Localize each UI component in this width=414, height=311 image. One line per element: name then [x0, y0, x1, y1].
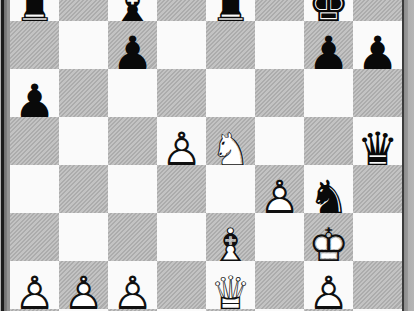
- square-c8[interactable]: ♝: [108, 0, 157, 21]
- square-e2[interactable]: ♛♕: [206, 261, 255, 309]
- square-g6[interactable]: [304, 69, 353, 117]
- piece-white-pawn-a2[interactable]: ♟♙: [10, 270, 59, 311]
- square-b2[interactable]: ♟♙: [59, 261, 108, 309]
- square-f7[interactable]: [255, 21, 304, 69]
- square-d3[interactable]: [157, 213, 206, 261]
- square-b8[interactable]: [59, 0, 108, 21]
- square-e4[interactable]: [206, 165, 255, 213]
- chess-board[interactable]: ♜♝♜♚♟♟♟♟♟♙♞♘♛♟♙♞♝♗♚♔♟♙♟♙♟♙♛♕♟♙: [10, 0, 402, 311]
- piece-white-pawn-c2[interactable]: ♟♙: [108, 270, 157, 311]
- square-d5[interactable]: ♟♙: [157, 117, 206, 165]
- square-f4[interactable]: ♟♙: [255, 165, 304, 213]
- square-e6[interactable]: [206, 69, 255, 117]
- board-border-left: [0, 0, 10, 311]
- square-d7[interactable]: [157, 21, 206, 69]
- square-e3[interactable]: ♝♗: [206, 213, 255, 261]
- square-h5[interactable]: ♛: [353, 117, 402, 165]
- square-c6[interactable]: [108, 69, 157, 117]
- square-e5[interactable]: ♞♘: [206, 117, 255, 165]
- piece-white-outline-glyph: ♙: [59, 270, 108, 311]
- square-a7[interactable]: [10, 21, 59, 69]
- square-h2[interactable]: [353, 261, 402, 309]
- square-f8[interactable]: [255, 0, 304, 21]
- square-d4[interactable]: [157, 165, 206, 213]
- square-g7[interactable]: ♟: [304, 21, 353, 69]
- square-b3[interactable]: [59, 213, 108, 261]
- square-f3[interactable]: [255, 213, 304, 261]
- square-a2[interactable]: ♟♙: [10, 261, 59, 309]
- chess-diagram: ♜♝♜♚♟♟♟♟♟♙♞♘♛♟♙♞♝♗♚♔♟♙♟♙♟♙♛♕♟♙: [0, 0, 414, 311]
- square-f5[interactable]: [255, 117, 304, 165]
- square-f2[interactable]: [255, 261, 304, 309]
- piece-white-pawn-g2[interactable]: ♟♙: [304, 270, 353, 311]
- square-h4[interactable]: [353, 165, 402, 213]
- square-c3[interactable]: [108, 213, 157, 261]
- square-b4[interactable]: [59, 165, 108, 213]
- board-border-right: [402, 0, 414, 311]
- square-b6[interactable]: [59, 69, 108, 117]
- square-a8[interactable]: ♜: [10, 0, 59, 21]
- square-g4[interactable]: ♞: [304, 165, 353, 213]
- square-g2[interactable]: ♟♙: [304, 261, 353, 309]
- square-a3[interactable]: [10, 213, 59, 261]
- piece-white-outline-glyph: ♙: [10, 270, 59, 311]
- piece-white-queen-e2[interactable]: ♛♕: [206, 270, 255, 311]
- piece-white-outline-glyph: ♕: [206, 270, 255, 311]
- square-d2[interactable]: [157, 261, 206, 309]
- square-g5[interactable]: [304, 117, 353, 165]
- square-h7[interactable]: ♟: [353, 21, 402, 69]
- square-h3[interactable]: [353, 213, 402, 261]
- square-h8[interactable]: [353, 0, 402, 21]
- square-d6[interactable]: [157, 69, 206, 117]
- square-c5[interactable]: [108, 117, 157, 165]
- square-c4[interactable]: [108, 165, 157, 213]
- square-g8[interactable]: ♚: [304, 0, 353, 21]
- square-c7[interactable]: ♟: [108, 21, 157, 69]
- square-h6[interactable]: [353, 69, 402, 117]
- square-b5[interactable]: [59, 117, 108, 165]
- square-e7[interactable]: [206, 21, 255, 69]
- piece-white-outline-glyph: ♙: [108, 270, 157, 311]
- square-a5[interactable]: [10, 117, 59, 165]
- square-d8[interactable]: [157, 0, 206, 21]
- square-a4[interactable]: [10, 165, 59, 213]
- square-g3[interactable]: ♚♔: [304, 213, 353, 261]
- piece-white-pawn-b2[interactable]: ♟♙: [59, 270, 108, 311]
- square-c2[interactable]: ♟♙: [108, 261, 157, 309]
- square-f6[interactable]: [255, 69, 304, 117]
- square-a6[interactable]: ♟: [10, 69, 59, 117]
- piece-white-outline-glyph: ♙: [304, 270, 353, 311]
- square-b7[interactable]: [59, 21, 108, 69]
- square-e8[interactable]: ♜: [206, 0, 255, 21]
